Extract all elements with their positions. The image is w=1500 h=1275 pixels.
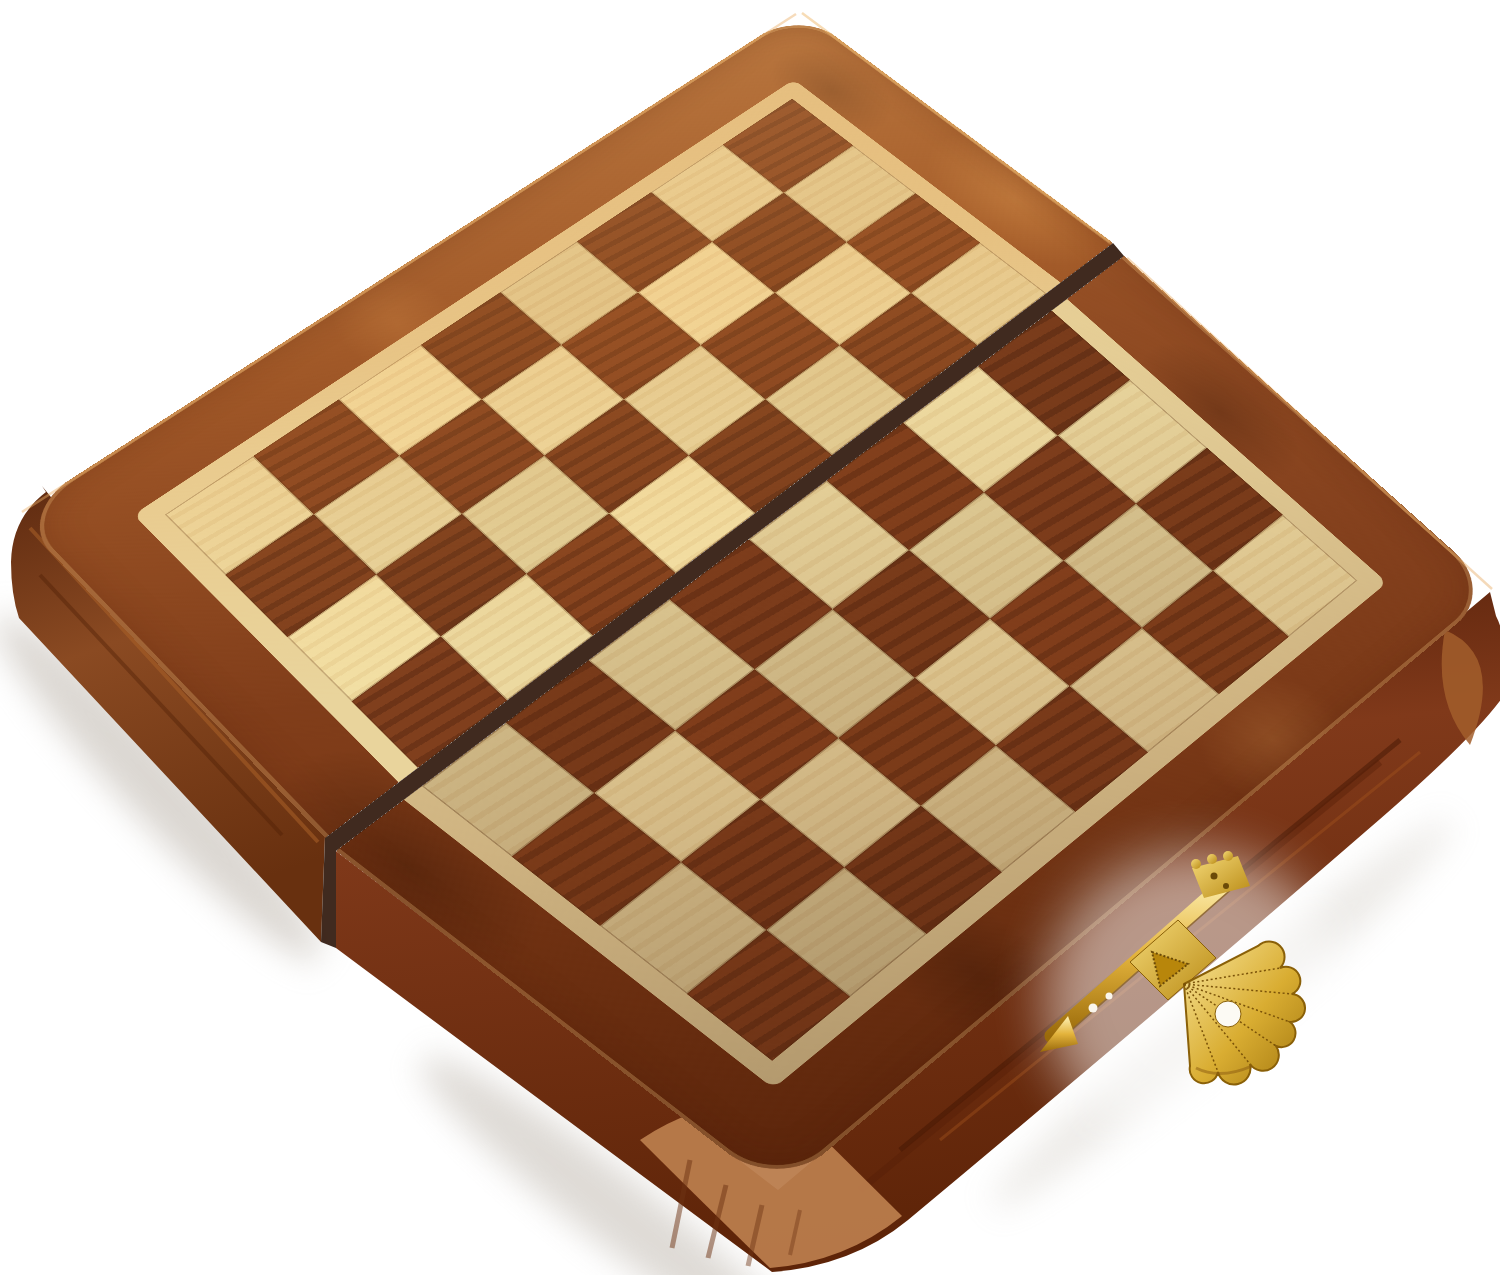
board-square xyxy=(996,686,1148,812)
board-square xyxy=(253,399,399,514)
board-square xyxy=(1136,448,1283,571)
board-square xyxy=(681,799,844,930)
board-square xyxy=(775,242,911,345)
board-square xyxy=(314,456,462,575)
board-square xyxy=(1213,515,1357,637)
board-square xyxy=(1064,504,1213,628)
board-square xyxy=(723,99,853,193)
board-square xyxy=(687,930,850,1061)
board-square xyxy=(287,574,440,701)
board-square xyxy=(846,193,980,293)
board-square xyxy=(600,862,766,994)
board-square xyxy=(844,806,1002,934)
board-square xyxy=(594,730,760,862)
board-square xyxy=(544,399,688,513)
board-square xyxy=(482,345,624,456)
board-square xyxy=(638,242,775,345)
board-square xyxy=(577,192,712,292)
board-square xyxy=(784,145,916,242)
board-square xyxy=(225,514,376,637)
board-square xyxy=(462,456,609,574)
board-square xyxy=(766,867,926,997)
board-square xyxy=(760,738,920,867)
board-square xyxy=(1070,628,1219,753)
board-square xyxy=(838,678,995,806)
board-square xyxy=(712,193,846,293)
board-square xyxy=(339,345,482,456)
board-square xyxy=(921,745,1076,872)
board-square xyxy=(1142,571,1289,694)
product-photo-scene xyxy=(0,0,1500,1275)
board-square xyxy=(909,492,1064,618)
board-square xyxy=(675,669,838,799)
board-square xyxy=(624,345,765,455)
board-square xyxy=(421,292,561,399)
board-square xyxy=(561,292,701,399)
board-square xyxy=(165,456,314,575)
board-square xyxy=(755,609,915,738)
board-square xyxy=(990,561,1142,686)
board-square xyxy=(833,550,990,678)
board-square xyxy=(915,619,1070,746)
board-square xyxy=(512,793,681,926)
board-square xyxy=(701,293,840,400)
board-square xyxy=(651,145,784,242)
board-square xyxy=(500,241,638,345)
board-square xyxy=(376,514,526,637)
board-square xyxy=(399,399,544,513)
board-square xyxy=(1058,380,1207,504)
board-square xyxy=(984,435,1136,560)
